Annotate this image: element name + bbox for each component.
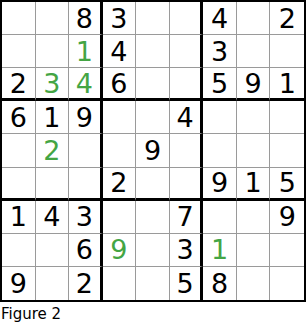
cell-r6c3 xyxy=(69,168,103,201)
cell-r8c8 xyxy=(237,234,271,267)
cell-r3c7: 5 xyxy=(203,68,237,101)
cell-r4c9 xyxy=(270,101,304,134)
cell-r1c6 xyxy=(170,2,204,35)
cell-r5c7 xyxy=(203,134,237,167)
cell-r9c9 xyxy=(270,267,304,300)
cell-r1c9: 2 xyxy=(270,2,304,35)
cell-r9c6: 5 xyxy=(170,267,204,300)
cell-r6c4: 2 xyxy=(103,168,137,201)
cell-r4c4 xyxy=(103,101,137,134)
cell-r3c5 xyxy=(136,68,170,101)
cell-r1c3: 8 xyxy=(69,2,103,35)
cell-r1c2 xyxy=(36,2,70,35)
cell-r7c8 xyxy=(237,201,271,234)
cell-r3c4: 6 xyxy=(103,68,137,101)
cell-r9c3: 2 xyxy=(69,267,103,300)
cell-r4c1: 6 xyxy=(2,101,36,134)
cell-r2c8 xyxy=(237,35,271,68)
cell-r4c6: 4 xyxy=(170,101,204,134)
cell-r1c5 xyxy=(136,2,170,35)
cell-r9c2 xyxy=(36,267,70,300)
cell-r2c7: 3 xyxy=(203,35,237,68)
cell-r6c8: 1 xyxy=(237,168,271,201)
cell-r2c5 xyxy=(136,35,170,68)
cell-r7c3: 3 xyxy=(69,201,103,234)
cell-r6c6 xyxy=(170,168,204,201)
cell-r7c6: 7 xyxy=(170,201,204,234)
cell-r5c8 xyxy=(237,134,271,167)
cell-r5c5: 9 xyxy=(136,134,170,167)
cell-r2c4: 4 xyxy=(103,35,137,68)
cell-r5c9 xyxy=(270,134,304,167)
cell-r1c4: 3 xyxy=(103,2,137,35)
cell-r3c2: 3 xyxy=(36,68,70,101)
cell-r9c4 xyxy=(103,267,137,300)
cell-r1c8 xyxy=(237,2,271,35)
cell-r3c8: 9 xyxy=(237,68,271,101)
cell-r8c5 xyxy=(136,234,170,267)
cell-r7c5 xyxy=(136,201,170,234)
cell-r9c7: 8 xyxy=(203,267,237,300)
cell-r6c5 xyxy=(136,168,170,201)
cell-r9c1: 9 xyxy=(2,267,36,300)
cell-r4c8 xyxy=(237,101,271,134)
cell-r2c6 xyxy=(170,35,204,68)
cell-r4c3: 9 xyxy=(69,101,103,134)
cell-r8c1 xyxy=(2,234,36,267)
cell-r5c3 xyxy=(69,134,103,167)
cell-r3c1: 2 xyxy=(2,68,36,101)
cell-r6c1 xyxy=(2,168,36,201)
cell-r9c8 xyxy=(237,267,271,300)
cell-r2c9 xyxy=(270,35,304,68)
cell-r4c7 xyxy=(203,101,237,134)
cell-r9c5 xyxy=(136,267,170,300)
sudoku-figure: 8342143234659161942929151437969319258 Fi… xyxy=(0,0,306,324)
cell-r2c3: 1 xyxy=(69,35,103,68)
cell-r7c1: 1 xyxy=(2,201,36,234)
cell-r7c4 xyxy=(103,201,137,234)
cell-r4c5 xyxy=(136,101,170,134)
cell-r3c3: 4 xyxy=(69,68,103,101)
cell-r3c9: 1 xyxy=(270,68,304,101)
cell-r4c2: 1 xyxy=(36,101,70,134)
cell-r3c6 xyxy=(170,68,204,101)
cell-r8c6: 3 xyxy=(170,234,204,267)
cell-r8c3: 6 xyxy=(69,234,103,267)
cell-r5c2: 2 xyxy=(36,134,70,167)
cell-r8c7: 1 xyxy=(203,234,237,267)
cell-r2c2 xyxy=(36,35,70,68)
cell-r8c9 xyxy=(270,234,304,267)
cell-r6c2 xyxy=(36,168,70,201)
cell-r6c7: 9 xyxy=(203,168,237,201)
cell-r7c7 xyxy=(203,201,237,234)
cell-r7c9: 9 xyxy=(270,201,304,234)
cell-r6c9: 5 xyxy=(270,168,304,201)
cell-r1c1 xyxy=(2,2,36,35)
sudoku-board: 8342143234659161942929151437969319258 xyxy=(0,0,306,302)
cell-r2c1 xyxy=(2,35,36,68)
cell-r5c1 xyxy=(2,134,36,167)
figure-caption: Figure 2 xyxy=(0,302,306,323)
cell-r5c6 xyxy=(170,134,204,167)
cell-r1c7: 4 xyxy=(203,2,237,35)
cell-r8c4: 9 xyxy=(103,234,137,267)
cell-r5c4 xyxy=(103,134,137,167)
cell-r8c2 xyxy=(36,234,70,267)
cell-r7c2: 4 xyxy=(36,201,70,234)
